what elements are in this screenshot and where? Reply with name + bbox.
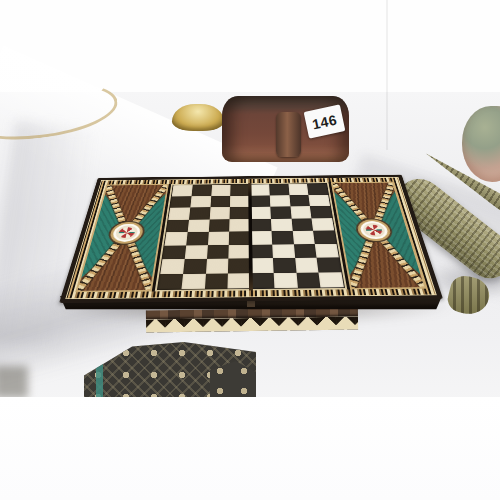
square	[168, 207, 190, 219]
square	[293, 244, 316, 258]
square	[206, 259, 229, 274]
square	[310, 206, 332, 218]
square	[230, 207, 250, 219]
auction-photo: 146	[0, 0, 500, 500]
square	[207, 245, 229, 259]
square	[250, 231, 272, 244]
square	[230, 185, 250, 196]
right-wing-rosette	[365, 225, 384, 236]
square	[273, 258, 296, 273]
square	[189, 207, 210, 219]
square	[187, 219, 209, 232]
square	[289, 195, 310, 207]
square	[270, 195, 291, 207]
checkerboard-area	[155, 182, 348, 291]
square	[273, 272, 297, 288]
square	[250, 184, 270, 195]
square	[271, 218, 293, 231]
square	[210, 196, 230, 208]
square	[172, 185, 193, 196]
left-wing-rosette	[117, 227, 135, 238]
table-front-edge	[0, 397, 500, 500]
square	[162, 245, 186, 259]
square	[270, 206, 291, 218]
square	[250, 207, 271, 219]
square	[292, 231, 315, 244]
square	[183, 259, 207, 274]
square	[288, 184, 309, 195]
square	[229, 231, 250, 244]
square	[158, 274, 183, 290]
square	[269, 184, 289, 195]
square	[170, 196, 191, 208]
square	[191, 185, 211, 196]
square	[166, 219, 188, 232]
square	[315, 244, 339, 258]
square	[312, 218, 335, 231]
square	[290, 206, 312, 218]
chess-board-tilt	[57, 93, 443, 303]
chess-board	[59, 175, 443, 303]
square	[251, 258, 274, 273]
square	[208, 219, 229, 232]
corner-shadow	[0, 366, 28, 398]
square	[184, 245, 207, 259]
square	[186, 232, 208, 245]
square	[190, 196, 211, 208]
square	[230, 195, 250, 207]
square	[251, 273, 274, 289]
left-inlay-wing	[75, 184, 169, 292]
square	[309, 195, 330, 207]
square	[295, 258, 319, 273]
square	[204, 273, 228, 289]
square	[209, 207, 230, 219]
square	[207, 232, 229, 245]
square	[291, 218, 313, 231]
square	[229, 219, 250, 232]
square	[250, 244, 272, 258]
square	[181, 273, 205, 289]
square	[296, 272, 321, 288]
board-inner-panel	[75, 182, 427, 293]
box-base-inlay	[146, 308, 358, 333]
square	[228, 273, 251, 289]
square	[229, 244, 251, 258]
square	[271, 231, 293, 244]
square	[165, 232, 188, 245]
square	[319, 272, 344, 288]
square	[272, 244, 295, 258]
square	[313, 230, 336, 243]
square	[317, 257, 342, 272]
right-inlay-wing	[331, 182, 427, 290]
chess-board-perspective	[59, 175, 443, 303]
square	[250, 195, 270, 207]
square	[211, 185, 231, 196]
square	[228, 258, 251, 273]
square	[250, 219, 271, 232]
square	[307, 184, 328, 195]
square	[160, 259, 184, 274]
